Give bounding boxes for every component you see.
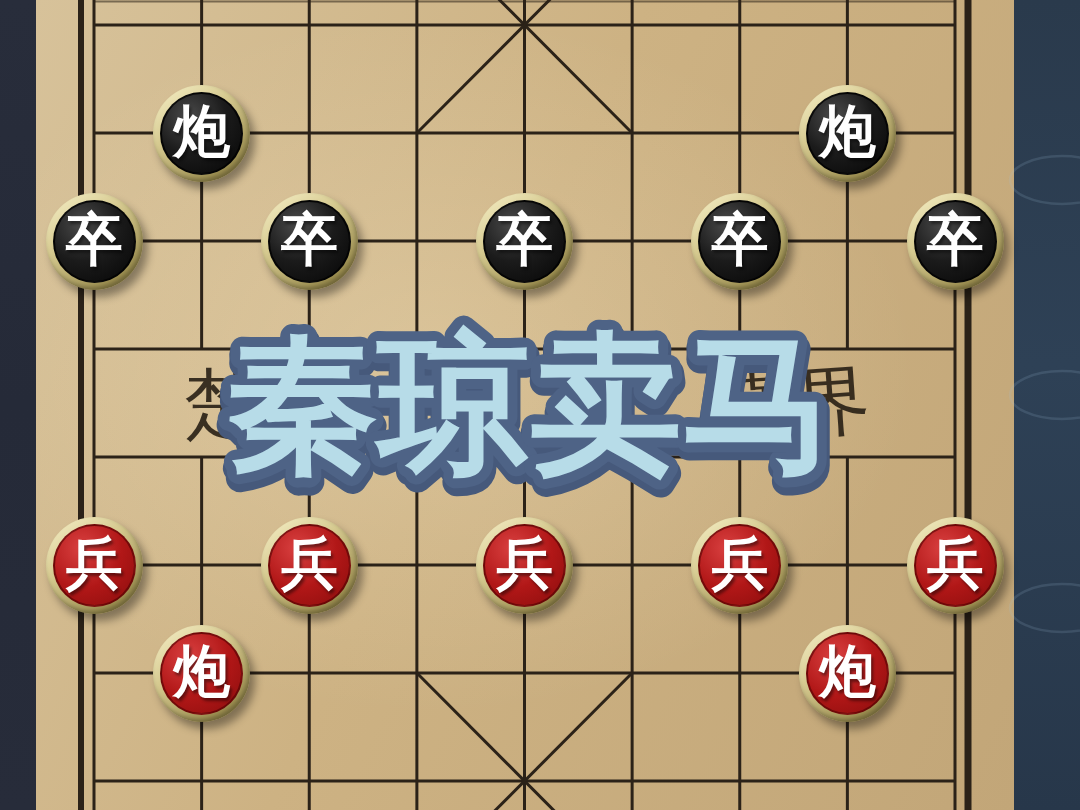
video-frame: 楚河 漢界 炮炮卒卒卒卒卒兵兵兵兵兵炮炮 秦琼卖马 秦琼卖马 xyxy=(0,0,1080,810)
title-overlay: 秦琼卖马 秦琼卖马 xyxy=(0,0,1080,810)
title-overlay-text: 秦琼卖马 xyxy=(226,316,834,493)
